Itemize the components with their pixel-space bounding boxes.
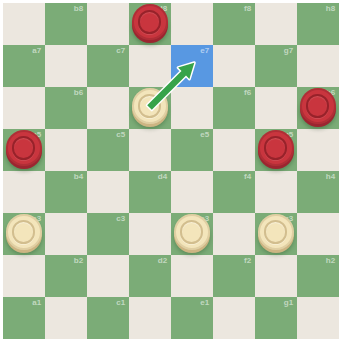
white-piece-e3[interactable]	[174, 214, 210, 250]
square-label-e5: e5	[200, 130, 209, 139]
square-f4[interactable]: f4	[213, 171, 255, 213]
square-b8[interactable]: b8	[45, 3, 87, 45]
red-piece-g5[interactable]	[258, 130, 294, 166]
square-c3[interactable]: c3	[87, 213, 129, 255]
square-d8[interactable]: d8	[129, 3, 171, 45]
square-label-g7: g7	[284, 46, 294, 55]
square-g2[interactable]	[255, 255, 297, 297]
square-label-d2: d2	[158, 256, 168, 265]
square-c4[interactable]	[87, 171, 129, 213]
square-label-e7: e7	[200, 46, 209, 55]
square-g6[interactable]	[255, 87, 297, 129]
square-c7[interactable]: c7	[87, 45, 129, 87]
square-h5[interactable]	[297, 129, 339, 171]
white-piece-a3[interactable]	[6, 214, 42, 250]
square-f2[interactable]: f2	[213, 255, 255, 297]
square-a8[interactable]	[3, 3, 45, 45]
square-f5[interactable]	[213, 129, 255, 171]
square-label-h2: h2	[326, 256, 336, 265]
square-c6[interactable]	[87, 87, 129, 129]
square-label-g1: g1	[284, 298, 294, 307]
square-h4[interactable]: h4	[297, 171, 339, 213]
square-label-e1: e1	[200, 298, 209, 307]
square-g3[interactable]: g3	[255, 213, 297, 255]
square-f8[interactable]: f8	[213, 3, 255, 45]
square-g4[interactable]	[255, 171, 297, 213]
square-a1[interactable]: a1	[3, 297, 45, 339]
square-label-c3: c3	[116, 214, 125, 223]
square-g7[interactable]: g7	[255, 45, 297, 87]
square-label-c5: c5	[116, 130, 125, 139]
square-e2[interactable]	[171, 255, 213, 297]
square-a2[interactable]	[3, 255, 45, 297]
square-label-f6: f6	[244, 88, 252, 97]
board-grid: b8d8f8h8a7c7e7g7b6d6f6h6a5c5e5g5b4d4f4h4…	[3, 3, 339, 339]
square-d3[interactable]	[129, 213, 171, 255]
square-h3[interactable]	[297, 213, 339, 255]
square-b4[interactable]: b4	[45, 171, 87, 213]
square-h1[interactable]	[297, 297, 339, 339]
square-e6[interactable]	[171, 87, 213, 129]
square-b2[interactable]: b2	[45, 255, 87, 297]
square-a5[interactable]: a5	[3, 129, 45, 171]
square-label-c7: c7	[116, 46, 125, 55]
square-label-b6: b6	[74, 88, 84, 97]
square-b7[interactable]	[45, 45, 87, 87]
square-b5[interactable]	[45, 129, 87, 171]
square-d4[interactable]: d4	[129, 171, 171, 213]
square-a7[interactable]: a7	[3, 45, 45, 87]
square-e5[interactable]: e5	[171, 129, 213, 171]
square-a3[interactable]: a3	[3, 213, 45, 255]
square-label-f2: f2	[244, 256, 252, 265]
square-f6[interactable]: f6	[213, 87, 255, 129]
square-d5[interactable]	[129, 129, 171, 171]
square-label-b8: b8	[74, 4, 84, 13]
square-label-b4: b4	[74, 172, 84, 181]
red-piece-h6[interactable]	[300, 88, 336, 124]
square-c1[interactable]: c1	[87, 297, 129, 339]
square-h8[interactable]: h8	[297, 3, 339, 45]
square-d1[interactable]	[129, 297, 171, 339]
square-g8[interactable]	[255, 3, 297, 45]
square-label-b2: b2	[74, 256, 84, 265]
checkers-board: b8d8f8h8a7c7e7g7b6d6f6h6a5c5e5g5b4d4f4h4…	[0, 0, 341, 341]
red-piece-a5[interactable]	[6, 130, 42, 166]
square-c5[interactable]: c5	[87, 129, 129, 171]
square-a6[interactable]	[3, 87, 45, 129]
square-b1[interactable]	[45, 297, 87, 339]
square-label-f4: f4	[244, 172, 252, 181]
square-b6[interactable]: b6	[45, 87, 87, 129]
square-c2[interactable]	[87, 255, 129, 297]
square-g5[interactable]: g5	[255, 129, 297, 171]
square-e1[interactable]: e1	[171, 297, 213, 339]
square-h2[interactable]: h2	[297, 255, 339, 297]
square-e3[interactable]: e3	[171, 213, 213, 255]
white-piece-g3[interactable]	[258, 214, 294, 250]
square-label-a1: a1	[32, 298, 41, 307]
square-h6[interactable]: h6	[297, 87, 339, 129]
red-piece-d8[interactable]	[132, 4, 168, 40]
square-e4[interactable]	[171, 171, 213, 213]
square-b3[interactable]	[45, 213, 87, 255]
square-label-f8: f8	[244, 4, 252, 13]
square-label-c1: c1	[116, 298, 125, 307]
square-d7[interactable]	[129, 45, 171, 87]
white-piece-d6[interactable]	[132, 88, 168, 124]
square-g1[interactable]: g1	[255, 297, 297, 339]
square-h7[interactable]	[297, 45, 339, 87]
square-c8[interactable]	[87, 3, 129, 45]
square-f3[interactable]	[213, 213, 255, 255]
square-d6[interactable]: d6	[129, 87, 171, 129]
square-label-h8: h8	[326, 4, 336, 13]
square-f7[interactable]	[213, 45, 255, 87]
square-f1[interactable]	[213, 297, 255, 339]
square-label-h4: h4	[326, 172, 336, 181]
square-e7[interactable]: e7	[171, 45, 213, 87]
square-d2[interactable]: d2	[129, 255, 171, 297]
square-e8[interactable]	[171, 3, 213, 45]
square-label-d4: d4	[158, 172, 168, 181]
square-label-a7: a7	[32, 46, 41, 55]
square-a4[interactable]	[3, 171, 45, 213]
